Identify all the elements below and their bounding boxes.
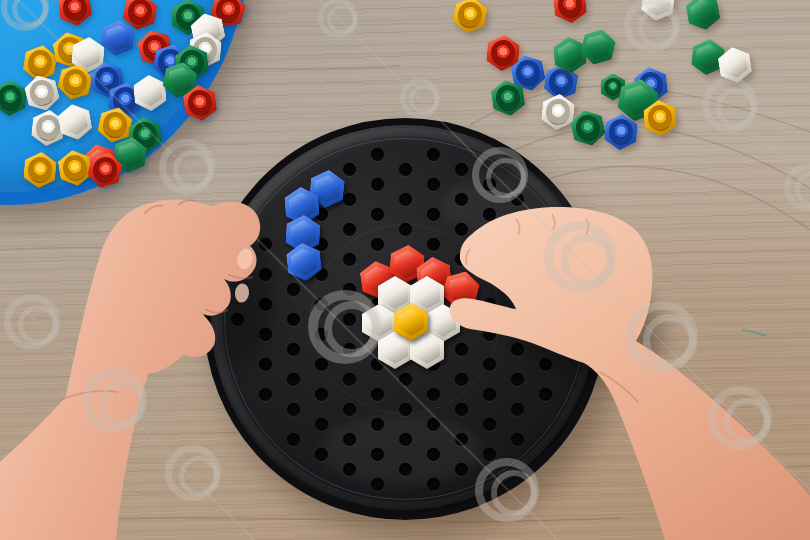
board-hole[interactable] bbox=[287, 283, 300, 296]
board-hole[interactable] bbox=[287, 403, 300, 416]
board-hole[interactable] bbox=[399, 253, 412, 266]
board-hole[interactable] bbox=[343, 463, 356, 476]
board-hole[interactable] bbox=[455, 193, 468, 206]
board-hole[interactable] bbox=[315, 238, 328, 251]
board-hole[interactable] bbox=[315, 208, 328, 221]
board-sheen bbox=[321, 415, 481, 485]
board-hole[interactable] bbox=[399, 223, 412, 236]
board-hole[interactable] bbox=[371, 148, 384, 161]
board-hole[interactable] bbox=[371, 268, 384, 281]
board-hole[interactable] bbox=[511, 373, 524, 386]
board-hole[interactable] bbox=[399, 373, 412, 386]
board-hole[interactable] bbox=[455, 433, 468, 446]
board-hole[interactable] bbox=[511, 433, 524, 446]
hand-shadow bbox=[198, 225, 273, 365]
board-hole[interactable] bbox=[427, 148, 440, 161]
board-hole[interactable] bbox=[371, 448, 384, 461]
board-hole[interactable] bbox=[427, 298, 440, 311]
board-hole[interactable] bbox=[343, 313, 356, 326]
board-hole[interactable] bbox=[483, 448, 496, 461]
board-sheen bbox=[441, 175, 581, 235]
board-hole[interactable] bbox=[343, 403, 356, 416]
board-hole[interactable] bbox=[427, 358, 440, 371]
board-hole[interactable] bbox=[343, 283, 356, 296]
board-hole[interactable] bbox=[455, 403, 468, 416]
board-hole[interactable] bbox=[511, 223, 524, 236]
board-hole[interactable] bbox=[427, 418, 440, 431]
board-hole[interactable] bbox=[259, 388, 272, 401]
board-hole[interactable] bbox=[427, 238, 440, 251]
board-hole[interactable] bbox=[371, 358, 384, 371]
board-hole[interactable] bbox=[371, 418, 384, 431]
board-hole[interactable] bbox=[315, 358, 328, 371]
board-hole[interactable] bbox=[315, 268, 328, 281]
board-hole[interactable] bbox=[399, 283, 412, 296]
board-hole[interactable] bbox=[343, 433, 356, 446]
board-hole[interactable] bbox=[343, 373, 356, 386]
board-hole[interactable] bbox=[427, 448, 440, 461]
board-hole[interactable] bbox=[259, 358, 272, 371]
board-hole[interactable] bbox=[455, 343, 468, 356]
board-hole[interactable] bbox=[483, 418, 496, 431]
board-hole[interactable] bbox=[315, 418, 328, 431]
board-hole[interactable] bbox=[343, 193, 356, 206]
board-hole[interactable] bbox=[455, 223, 468, 236]
board-hole[interactable] bbox=[455, 463, 468, 476]
board-hole[interactable] bbox=[399, 463, 412, 476]
board-hole[interactable] bbox=[399, 433, 412, 446]
board-hole[interactable] bbox=[287, 313, 300, 326]
board-hole[interactable] bbox=[315, 388, 328, 401]
board-hole[interactable] bbox=[287, 343, 300, 356]
board-hole[interactable] bbox=[455, 283, 468, 296]
board-hole[interactable] bbox=[343, 253, 356, 266]
board-hole[interactable] bbox=[427, 268, 440, 281]
board-hole[interactable] bbox=[315, 178, 328, 191]
board-hole[interactable] bbox=[287, 193, 300, 206]
board-hole[interactable] bbox=[483, 358, 496, 371]
board-hole[interactable] bbox=[343, 223, 356, 236]
board-mold-ring bbox=[310, 224, 500, 414]
board-hole[interactable] bbox=[287, 253, 300, 266]
board-hole[interactable] bbox=[427, 178, 440, 191]
board-hole[interactable] bbox=[455, 373, 468, 386]
board-hole[interactable] bbox=[343, 163, 356, 176]
board-hole[interactable] bbox=[371, 178, 384, 191]
board-hole[interactable] bbox=[399, 163, 412, 176]
board-hole[interactable] bbox=[287, 223, 300, 236]
board-hole[interactable] bbox=[315, 328, 328, 341]
board-hole[interactable] bbox=[399, 313, 412, 326]
board-hole[interactable] bbox=[427, 328, 440, 341]
board-hole[interactable] bbox=[399, 193, 412, 206]
board-hole[interactable] bbox=[315, 298, 328, 311]
board-hole[interactable] bbox=[483, 178, 496, 191]
board-hole[interactable] bbox=[455, 253, 468, 266]
board-hole[interactable] bbox=[539, 388, 552, 401]
board-hole[interactable] bbox=[483, 388, 496, 401]
photo-mosaic-scene bbox=[0, 0, 810, 540]
board-hole[interactable] bbox=[483, 208, 496, 221]
board-hole[interactable] bbox=[315, 448, 328, 461]
board-hole[interactable] bbox=[343, 343, 356, 356]
board-hole[interactable] bbox=[287, 433, 300, 446]
board-hole[interactable] bbox=[371, 328, 384, 341]
board-hole[interactable] bbox=[455, 313, 468, 326]
board-hole[interactable] bbox=[399, 343, 412, 356]
board-hole[interactable] bbox=[483, 328, 496, 341]
board-hole[interactable] bbox=[287, 373, 300, 386]
board-hole[interactable] bbox=[455, 163, 468, 176]
board-hole[interactable] bbox=[371, 298, 384, 311]
board-hole[interactable] bbox=[371, 208, 384, 221]
board-hole[interactable] bbox=[483, 238, 496, 251]
board-hole[interactable] bbox=[427, 478, 440, 491]
board-hole[interactable] bbox=[427, 208, 440, 221]
board-hole[interactable] bbox=[399, 403, 412, 416]
board-hole[interactable] bbox=[511, 193, 524, 206]
board-hole[interactable] bbox=[511, 403, 524, 416]
board-hole[interactable] bbox=[371, 388, 384, 401]
board-hole[interactable] bbox=[427, 388, 440, 401]
board-hole[interactable] bbox=[371, 478, 384, 491]
board-hole[interactable] bbox=[371, 238, 384, 251]
